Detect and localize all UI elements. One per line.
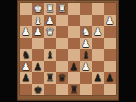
piece-white-pawn[interactable]: ♟ [82,38,91,50]
piece-white-pawn[interactable]: ♟ [106,15,115,27]
piece-white-queen[interactable]: ♛ [46,26,55,38]
square-f3[interactable]: ♛ [44,26,56,38]
square-f8[interactable] [44,84,56,96]
square-c3[interactable]: ♞ [80,26,92,38]
square-e7[interactable]: ♛ [56,72,68,84]
frame-rank-mark: · [17,88,19,91]
square-c6[interactable]: ♟ [80,61,92,73]
frame-rank-mark: · [17,31,19,34]
square-f5[interactable]: ♝ [44,49,56,61]
square-b5[interactable] [92,49,104,61]
square-e2[interactable] [56,15,68,27]
square-h5[interactable]: ♞ [20,49,32,61]
square-a6[interactable] [104,61,116,73]
frame-rank-mark: · [17,54,19,57]
piece-white-pawn[interactable]: ♟ [34,26,43,38]
square-c2[interactable] [80,15,92,27]
square-a1[interactable] [104,3,116,15]
square-a8[interactable] [104,84,116,96]
square-c8[interactable] [80,84,92,96]
square-d4[interactable] [68,38,80,50]
square-a4[interactable] [104,38,116,50]
square-h2[interactable] [20,15,32,27]
square-g6[interactable]: ♟ [32,61,44,73]
square-e8[interactable] [56,84,68,96]
piece-white-knight[interactable]: ♞ [82,26,91,38]
board-frame: ········· ♚♜♜♝♟♟♟♟♛♞♟♟♞♝♝♟♟♟♟♟♜♛♟♟♚♜ ···… [17,0,119,101]
piece-black-pawn[interactable]: ♟ [94,72,103,84]
piece-white-bishop[interactable]: ♝ [34,15,43,27]
square-e1[interactable]: ♜ [56,3,68,15]
square-d6[interactable]: ♟ [68,61,80,73]
piece-white-rook[interactable]: ♜ [46,3,55,15]
square-b2[interactable] [92,15,104,27]
square-g4[interactable] [32,38,44,50]
piece-white-pawn[interactable]: ♟ [94,26,103,38]
piece-white-pawn[interactable]: ♟ [22,26,31,38]
square-g1[interactable]: ♚ [32,3,44,15]
chess-board[interactable]: ♚♜♜♝♟♟♟♟♛♞♟♟♞♝♝♟♟♟♟♟♜♛♟♟♚♜ [20,3,116,95]
piece-black-pawn[interactable]: ♟ [22,72,31,84]
square-g7[interactable] [32,72,44,84]
piece-white-pawn[interactable]: ♟ [46,15,55,27]
piece-black-bishop[interactable]: ♝ [82,49,91,61]
square-b6[interactable] [92,61,104,73]
square-b4[interactable] [92,38,104,50]
square-h8[interactable] [20,84,32,96]
square-f4[interactable] [44,38,56,50]
piece-white-king[interactable]: ♚ [34,3,43,15]
piece-black-rook[interactable]: ♜ [46,72,55,84]
piece-black-pawn[interactable]: ♟ [70,61,79,73]
square-c5[interactable]: ♝ [80,49,92,61]
square-b7[interactable]: ♟ [92,72,104,84]
square-c4[interactable]: ♟ [80,38,92,50]
frame-rank-mark: · [17,19,19,22]
square-a7[interactable]: ♟ [104,72,116,84]
square-h7[interactable]: ♟ [20,72,32,84]
square-b1[interactable] [92,3,104,15]
square-d8[interactable]: ♜ [68,84,80,96]
square-e3[interactable] [56,26,68,38]
piece-black-knight[interactable]: ♞ [22,49,31,61]
square-h3[interactable]: ♟ [20,26,32,38]
square-d3[interactable] [68,26,80,38]
piece-white-rook[interactable]: ♜ [58,3,67,15]
square-e6[interactable] [56,61,68,73]
square-f1[interactable]: ♜ [44,3,56,15]
square-f2[interactable]: ♟ [44,15,56,27]
square-g3[interactable]: ♟ [32,26,44,38]
square-a5[interactable] [104,49,116,61]
square-a3[interactable] [104,26,116,38]
square-d2[interactable] [68,15,80,27]
square-h1[interactable] [20,3,32,15]
piece-white-pawn[interactable]: ♟ [22,61,31,73]
frame-rank-mark: · [17,8,19,11]
square-a2[interactable]: ♟ [104,15,116,27]
square-b8[interactable] [92,84,104,96]
square-h4[interactable] [20,38,32,50]
piece-black-bishop[interactable]: ♝ [46,49,55,61]
piece-black-king[interactable]: ♚ [34,84,43,96]
square-e4[interactable] [56,38,68,50]
square-f7[interactable]: ♜ [44,72,56,84]
piece-black-pawn[interactable]: ♟ [106,72,115,84]
frame-rank-mark: · [17,42,19,45]
square-e5[interactable] [56,49,68,61]
app-background: ········· ♚♜♜♝♟♟♟♟♛♞♟♟♞♝♝♟♟♟♟♟♜♛♟♟♚♜ ···… [0,0,136,102]
square-d5[interactable] [68,49,80,61]
square-g2[interactable]: ♝ [32,15,44,27]
piece-white-pawn[interactable]: ♟ [82,61,91,73]
square-h6[interactable]: ♟ [20,61,32,73]
square-g5[interactable] [32,49,44,61]
square-c1[interactable] [80,3,92,15]
frame-rank-mark: · [17,65,19,68]
square-f6[interactable] [44,61,56,73]
piece-black-queen[interactable]: ♛ [58,72,67,84]
piece-black-pawn[interactable]: ♟ [34,61,43,73]
square-d1[interactable] [68,3,80,15]
piece-black-rook[interactable]: ♜ [70,84,79,96]
square-g8[interactable]: ♚ [32,84,44,96]
frame-rank-mark: · [17,77,19,80]
left-black-bar [0,0,17,102]
right-black-bar [119,0,136,102]
square-d7[interactable] [68,72,80,84]
square-b3[interactable]: ♟ [92,26,104,38]
square-c7[interactable] [80,72,92,84]
